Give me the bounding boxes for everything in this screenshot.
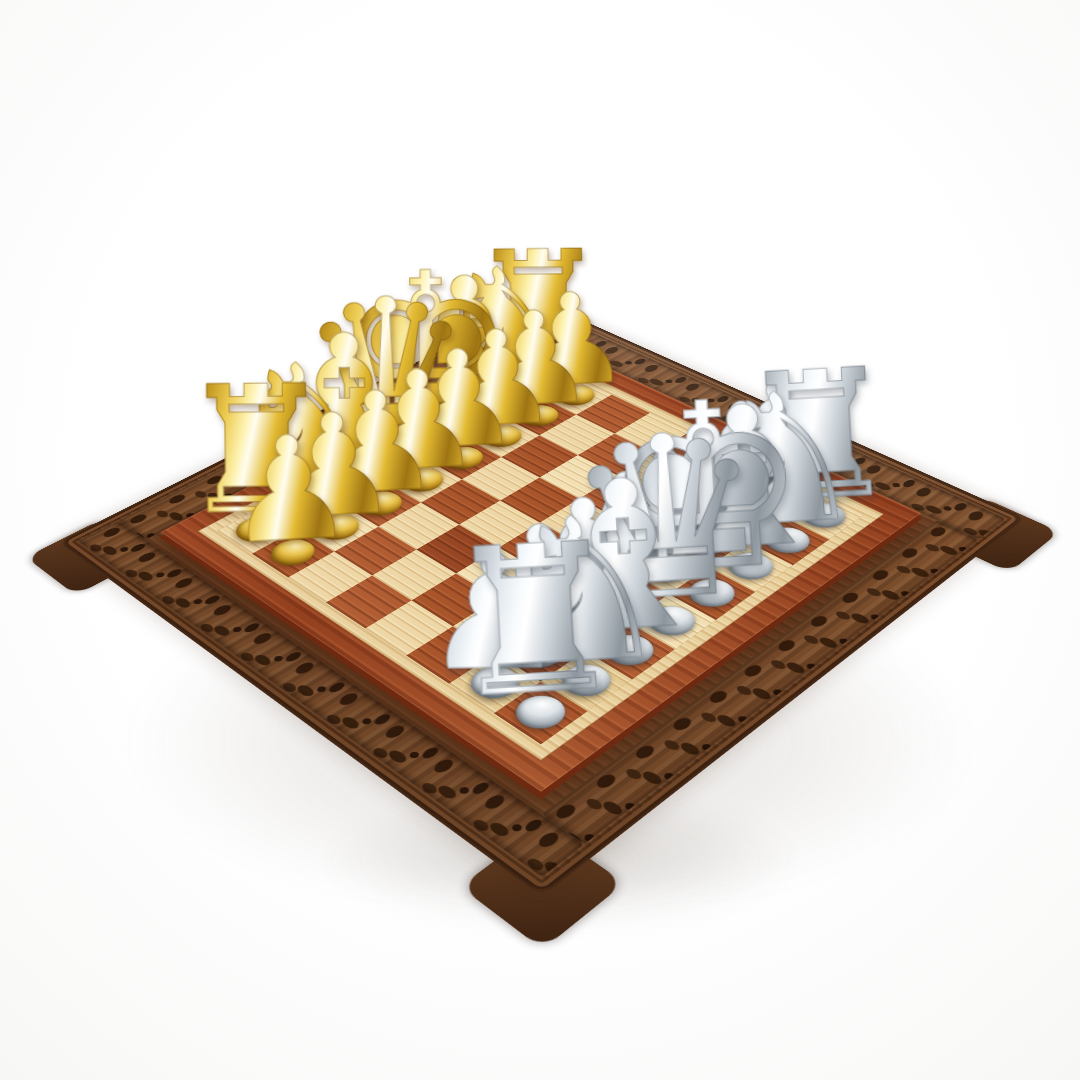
camera-roll-wrapper: ♜♟♟♜♞♟♟♞♝♟♟♝♚♟♟♚♛♟♟♛♝♟♟♝♞♟♟♞♜♟♟♜ <box>0 0 1080 1080</box>
white-rook-a1: ♜ <box>439 514 632 727</box>
chess-board-assembly: ♜♟♟♜♞♟♟♞♝♟♟♝♚♟♟♚♛♟♟♛♝♟♟♝♞♟♟♞♜♟♟♜ <box>61 302 1022 894</box>
black-pawn-a7: ♟ <box>221 415 357 565</box>
perspective-wrapper: ♜♟♟♜♞♟♟♞♝♟♟♝♚♟♟♚♛♟♟♛♝♟♟♝♞♟♟♞♜♟♟♜ <box>0 0 1080 1080</box>
board-panel: ♜♟♟♜♞♟♟♞♝♟♟♝♚♟♟♚♛♟♟♛♝♟♟♝♞♟♟♞♜♟♟♜ <box>161 336 921 792</box>
product-photo-scene: ♜♟♟♜♞♟♟♞♝♟♟♝♚♟♟♚♛♟♟♛♝♟♟♝♞♟♟♞♜♟♟♜ <box>0 0 1080 1080</box>
